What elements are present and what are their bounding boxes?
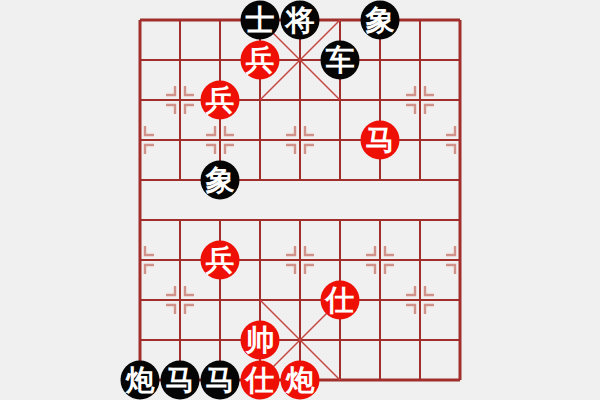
piece-red-soldier[interactable]: 兵 (241, 41, 280, 80)
piece-black-horse[interactable]: 马 (201, 361, 240, 400)
piece-red-horse[interactable]: 马 (361, 121, 400, 160)
pieces-layer: 士将象车象炮马马兵兵马兵仕帅仕炮 (0, 0, 600, 400)
piece-red-soldier[interactable]: 兵 (201, 81, 240, 120)
xiangqi-board: 士将象车象炮马马兵兵马兵仕帅仕炮 (0, 0, 600, 400)
piece-red-soldier[interactable]: 兵 (201, 241, 240, 280)
piece-black-general[interactable]: 将 (281, 1, 320, 40)
piece-red-advisor[interactable]: 仕 (241, 361, 280, 400)
piece-red-advisor[interactable]: 仕 (321, 281, 360, 320)
piece-red-cannon[interactable]: 炮 (281, 361, 320, 400)
piece-black-chariot[interactable]: 车 (321, 41, 360, 80)
piece-black-elephant[interactable]: 象 (361, 1, 400, 40)
piece-black-advisor[interactable]: 士 (241, 1, 280, 40)
piece-black-cannon[interactable]: 炮 (121, 361, 160, 400)
piece-black-elephant[interactable]: 象 (201, 161, 240, 200)
piece-red-general[interactable]: 帅 (241, 321, 280, 360)
piece-black-horse[interactable]: 马 (161, 361, 200, 400)
